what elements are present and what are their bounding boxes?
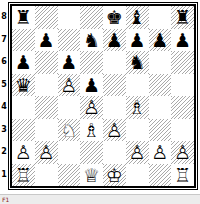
square-a3[interactable] bbox=[12, 119, 35, 142]
white-bishop-icon: ♗ bbox=[126, 96, 149, 119]
white-king-icon: ♔ bbox=[103, 164, 126, 187]
white-pawn-icon: ♙ bbox=[58, 74, 81, 97]
square-b2[interactable]: ♟♙ bbox=[35, 141, 58, 164]
white-rook-icon: ♖ bbox=[171, 164, 194, 187]
black-knight-icon: ♞ bbox=[80, 29, 103, 52]
square-e1[interactable]: ♚♔ bbox=[103, 164, 126, 187]
black-pawn-icon: ♟ bbox=[126, 29, 149, 52]
black-king-icon: ♚ bbox=[103, 6, 126, 29]
square-f1[interactable] bbox=[126, 164, 149, 187]
square-b6[interactable] bbox=[35, 51, 58, 74]
black-queen-icon: ♛ bbox=[12, 74, 35, 97]
piece-black-pawn-a6[interactable]: ♟ bbox=[12, 51, 35, 74]
piece-white-knight-c3[interactable]: ♞♘ bbox=[58, 119, 81, 142]
piece-black-knight-d7[interactable]: ♞ bbox=[80, 29, 103, 52]
square-g2[interactable]: ♟♙ bbox=[149, 141, 172, 164]
piece-black-bishop-f8[interactable]: ♝ bbox=[126, 6, 149, 29]
square-e6[interactable] bbox=[103, 51, 126, 74]
piece-black-rook-h8[interactable]: ♜ bbox=[171, 6, 194, 29]
white-bishop-icon: ♗ bbox=[80, 119, 103, 142]
white-pawn-icon: ♙ bbox=[171, 141, 194, 164]
square-h2[interactable]: ♟♙ bbox=[171, 141, 194, 164]
square-a4[interactable] bbox=[12, 96, 35, 119]
piece-white-pawn-d4[interactable]: ♟♙ bbox=[80, 96, 103, 119]
white-rook-icon: ♖ bbox=[12, 164, 35, 187]
piece-black-pawn-h7[interactable]: ♟ bbox=[171, 29, 194, 52]
piece-black-queen-a5[interactable]: ♛ bbox=[12, 74, 35, 97]
black-rook-icon: ♜ bbox=[12, 6, 35, 29]
piece-white-king-e1[interactable]: ♚♔ bbox=[103, 164, 126, 187]
square-a7[interactable] bbox=[12, 29, 35, 52]
rank-label-2: 2 bbox=[0, 141, 8, 164]
piece-black-pawn-d5[interactable]: ♟ bbox=[80, 74, 103, 97]
piece-black-king-e8[interactable]: ♚ bbox=[103, 6, 126, 29]
square-h6[interactable] bbox=[171, 51, 194, 74]
piece-white-rook-h1[interactable]: ♜♖ bbox=[171, 164, 194, 187]
piece-white-pawn-b2[interactable]: ♟♙ bbox=[35, 141, 58, 164]
square-a6[interactable]: ♟ bbox=[12, 51, 35, 74]
black-pawn-icon: ♟ bbox=[171, 29, 194, 52]
square-b4[interactable] bbox=[35, 96, 58, 119]
rank-label-1: 1 bbox=[0, 164, 8, 187]
square-h8[interactable]: ♜ bbox=[171, 6, 194, 29]
piece-black-pawn-b7[interactable]: ♟ bbox=[35, 29, 58, 52]
square-a5[interactable]: ♛ bbox=[12, 74, 35, 97]
square-e8[interactable]: ♚ bbox=[103, 6, 126, 29]
square-h4[interactable] bbox=[171, 96, 194, 119]
piece-black-knight-f6[interactable]: ♞ bbox=[126, 51, 149, 74]
piece-white-bishop-d3[interactable]: ♝♗ bbox=[80, 119, 103, 142]
piece-white-pawn-f2[interactable]: ♟♙ bbox=[126, 141, 149, 164]
square-d8[interactable] bbox=[80, 6, 103, 29]
square-f7[interactable]: ♟ bbox=[126, 29, 149, 52]
square-b5[interactable] bbox=[35, 74, 58, 97]
square-a1[interactable]: ♜♖ bbox=[12, 164, 35, 187]
square-d2[interactable] bbox=[80, 141, 103, 164]
square-b1[interactable] bbox=[35, 164, 58, 187]
chess-board: ♜♚♝♜♟♞♟♟♟♟♟♟♞♛♟♙♟♟♙♝♗♞♘♝♗♟♙♟♙♟♙♟♙♟♙♟♙♜♖♛… bbox=[12, 6, 194, 186]
square-c3[interactable]: ♞♘ bbox=[58, 119, 81, 142]
square-a2[interactable]: ♟♙ bbox=[12, 141, 35, 164]
white-pawn-icon: ♙ bbox=[35, 141, 58, 164]
square-c6[interactable]: ♟ bbox=[58, 51, 81, 74]
square-g4[interactable] bbox=[149, 96, 172, 119]
square-d5[interactable]: ♟ bbox=[80, 74, 103, 97]
square-b7[interactable]: ♟ bbox=[35, 29, 58, 52]
square-e5[interactable] bbox=[103, 74, 126, 97]
square-f6[interactable]: ♞ bbox=[126, 51, 149, 74]
square-d1[interactable]: ♛♕ bbox=[80, 164, 103, 187]
square-d3[interactable]: ♝♗ bbox=[80, 119, 103, 142]
rank-labels: 87654321 bbox=[0, 6, 8, 186]
square-f8[interactable]: ♝ bbox=[126, 6, 149, 29]
square-f5[interactable] bbox=[126, 74, 149, 97]
white-pawn-icon: ♙ bbox=[103, 119, 126, 142]
square-f4[interactable]: ♝♗ bbox=[126, 96, 149, 119]
black-pawn-icon: ♟ bbox=[35, 29, 58, 52]
square-g8[interactable] bbox=[149, 6, 172, 29]
square-c7[interactable] bbox=[58, 29, 81, 52]
square-e2[interactable] bbox=[103, 141, 126, 164]
white-pawn-icon: ♙ bbox=[12, 141, 35, 164]
square-h3[interactable] bbox=[171, 119, 194, 142]
white-pawn-icon: ♙ bbox=[126, 141, 149, 164]
white-pawn-icon: ♙ bbox=[80, 96, 103, 119]
square-g7[interactable]: ♟ bbox=[149, 29, 172, 52]
black-pawn-icon: ♟ bbox=[103, 29, 126, 52]
black-pawn-icon: ♟ bbox=[80, 74, 103, 97]
piece-white-queen-d1[interactable]: ♛♕ bbox=[80, 164, 103, 187]
piece-black-rook-a8[interactable]: ♜ bbox=[12, 6, 35, 29]
square-c5[interactable]: ♟♙ bbox=[58, 74, 81, 97]
black-rook-icon: ♜ bbox=[171, 6, 194, 29]
square-g5[interactable] bbox=[149, 74, 172, 97]
piece-white-bishop-f4[interactable]: ♝♗ bbox=[126, 96, 149, 119]
piece-white-pawn-c5[interactable]: ♟♙ bbox=[58, 74, 81, 97]
square-g3[interactable] bbox=[149, 119, 172, 142]
square-b8[interactable] bbox=[35, 6, 58, 29]
rank-label-4: 4 bbox=[0, 96, 8, 119]
piece-white-pawn-e3[interactable]: ♟♙ bbox=[103, 119, 126, 142]
rank-label-6: 6 bbox=[0, 51, 8, 74]
rank-label-5: 5 bbox=[0, 74, 8, 97]
square-g6[interactable] bbox=[149, 51, 172, 74]
square-c1[interactable] bbox=[58, 164, 81, 187]
chess-board-border: ♜♚♝♜♟♞♟♟♟♟♟♟♞♛♟♙♟♟♙♝♗♞♘♝♗♟♙♟♙♟♙♟♙♟♙♟♙♜♖♛… bbox=[10, 4, 196, 188]
square-e7[interactable]: ♟ bbox=[103, 29, 126, 52]
square-a8[interactable]: ♜ bbox=[12, 6, 35, 29]
black-pawn-icon: ♟ bbox=[12, 51, 35, 74]
piece-black-pawn-e7[interactable]: ♟ bbox=[103, 29, 126, 52]
square-f2[interactable]: ♟♙ bbox=[126, 141, 149, 164]
rank-label-3: 3 bbox=[0, 119, 8, 142]
black-knight-icon: ♞ bbox=[126, 51, 149, 74]
square-h1[interactable]: ♜♖ bbox=[171, 164, 194, 187]
square-c8[interactable] bbox=[58, 6, 81, 29]
black-bishop-icon: ♝ bbox=[126, 6, 149, 29]
chess-board-frame: ♜♚♝♜♟♞♟♟♟♟♟♟♞♛♟♙♟♟♙♝♗♞♘♝♗♟♙♟♙♟♙♟♙♟♙♟♙♜♖♛… bbox=[8, 2, 198, 190]
status-text: F1 bbox=[0, 196, 9, 204]
piece-white-pawn-a2[interactable]: ♟♙ bbox=[12, 141, 35, 164]
square-c4[interactable] bbox=[58, 96, 81, 119]
square-d4[interactable]: ♟♙ bbox=[80, 96, 103, 119]
square-h5[interactable] bbox=[171, 74, 194, 97]
status-bar: F1 bbox=[0, 194, 200, 204]
square-e4[interactable] bbox=[103, 96, 126, 119]
square-g1[interactable] bbox=[149, 164, 172, 187]
chess-diagram: 87654321 ♜♚♝♜♟♞♟♟♟♟♟♟♞♛♟♙♟♟♙♝♗♞♘♝♗♟♙♟♙♟♙… bbox=[0, 0, 200, 204]
square-d6[interactable] bbox=[80, 51, 103, 74]
square-b3[interactable] bbox=[35, 119, 58, 142]
piece-black-pawn-f7[interactable]: ♟ bbox=[126, 29, 149, 52]
square-c2[interactable] bbox=[58, 141, 81, 164]
black-pawn-icon: ♟ bbox=[149, 29, 172, 52]
black-pawn-icon: ♟ bbox=[58, 51, 81, 74]
square-h7[interactable]: ♟ bbox=[171, 29, 194, 52]
white-knight-icon: ♘ bbox=[58, 119, 81, 142]
rank-label-8: 8 bbox=[0, 6, 8, 29]
white-queen-icon: ♕ bbox=[80, 164, 103, 187]
square-e3[interactable]: ♟♙ bbox=[103, 119, 126, 142]
square-d7[interactable]: ♞ bbox=[80, 29, 103, 52]
piece-black-pawn-c6[interactable]: ♟ bbox=[58, 51, 81, 74]
square-f3[interactable] bbox=[126, 119, 149, 142]
piece-white-pawn-h2[interactable]: ♟♙ bbox=[171, 141, 194, 164]
piece-white-pawn-g2[interactable]: ♟♙ bbox=[149, 141, 172, 164]
rank-label-7: 7 bbox=[0, 29, 8, 52]
piece-white-rook-a1[interactable]: ♜♖ bbox=[12, 164, 35, 187]
piece-black-pawn-g7[interactable]: ♟ bbox=[149, 29, 172, 52]
white-pawn-icon: ♙ bbox=[149, 141, 172, 164]
